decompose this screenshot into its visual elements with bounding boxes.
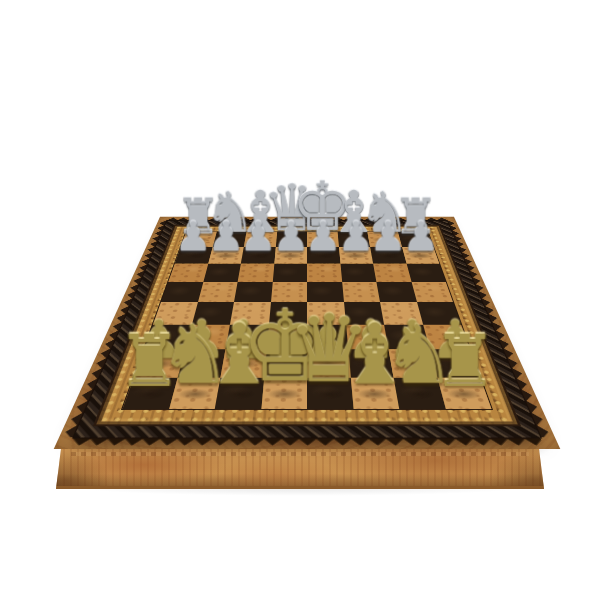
board-square-g7[interactable]: ♟ [370,247,406,264]
piece-silver-pawn[interactable]: ♟ [370,216,407,257]
chess-set-photo: ♜♞♝♛♚♝♞♜♟♟♟♟♟♟♟♟♟♟♟♟♟♟♟♟♜♞♝♚♛♝♞♜ [0,0,600,600]
filigree-border: ♜♞♝♛♚♝♞♜♟♟♟♟♟♟♟♟♟♟♟♟♟♟♟♟♜♞♝♚♛♝♞♜ [93,225,521,427]
board-square-d6[interactable] [272,264,307,282]
piece-silver-pawn[interactable]: ♟ [240,216,277,257]
piece-silver-pawn[interactable]: ♟ [208,216,245,257]
piece-silver-pawn[interactable]: ♟ [305,216,342,257]
board-square-f6[interactable] [340,264,376,282]
box-front-ornament-band [71,452,530,456]
board-square-a6[interactable] [168,264,208,282]
board-square-a5[interactable] [161,282,203,302]
board-square-h1[interactable]: ♜ [437,377,492,409]
board-square-h7[interactable]: ♟ [402,247,440,264]
chess-board: ♜♞♝♛♚♝♞♜♟♟♟♟♟♟♟♟♟♟♟♟♟♟♟♟♜♞♝♚♛♝♞♜ [123,232,492,409]
board-square-a7[interactable]: ♟ [175,247,213,264]
board-square-b6[interactable] [203,264,241,282]
board-square-g6[interactable] [373,264,411,282]
board-square-h6[interactable] [406,264,446,282]
carved-rope-edge-near [70,437,544,445]
board-square-c6[interactable] [238,264,274,282]
board-square-g5[interactable] [376,282,416,302]
piece-silver-pawn[interactable]: ♟ [337,216,374,257]
board-square-f7[interactable]: ♟ [339,247,374,264]
piece-silver-pawn[interactable]: ♟ [175,216,212,257]
chess-box-top: ♜♞♝♛♚♝♞♜♟♟♟♟♟♟♟♟♟♟♟♟♟♟♟♟♜♞♝♚♛♝♞♜ [54,217,561,449]
board-square-e6[interactable] [307,264,342,282]
piece-gold-rook[interactable]: ♜ [432,325,496,396]
board-square-b5[interactable] [198,282,238,302]
board-rope-frame: ♜♞♝♛♚♝♞♜♟♟♟♟♟♟♟♟♟♟♟♟♟♟♟♟♜♞♝♚♛♝♞♜ [74,221,541,438]
board-square-e7[interactable]: ♟ [307,247,340,264]
piece-silver-pawn[interactable]: ♟ [272,216,309,257]
board-square-d7[interactable]: ♟ [274,247,307,264]
board-square-c7[interactable]: ♟ [241,247,276,264]
board-square-h5[interactable] [411,282,453,302]
board-square-b7[interactable]: ♟ [208,247,244,264]
piece-silver-pawn[interactable]: ♟ [402,216,439,257]
